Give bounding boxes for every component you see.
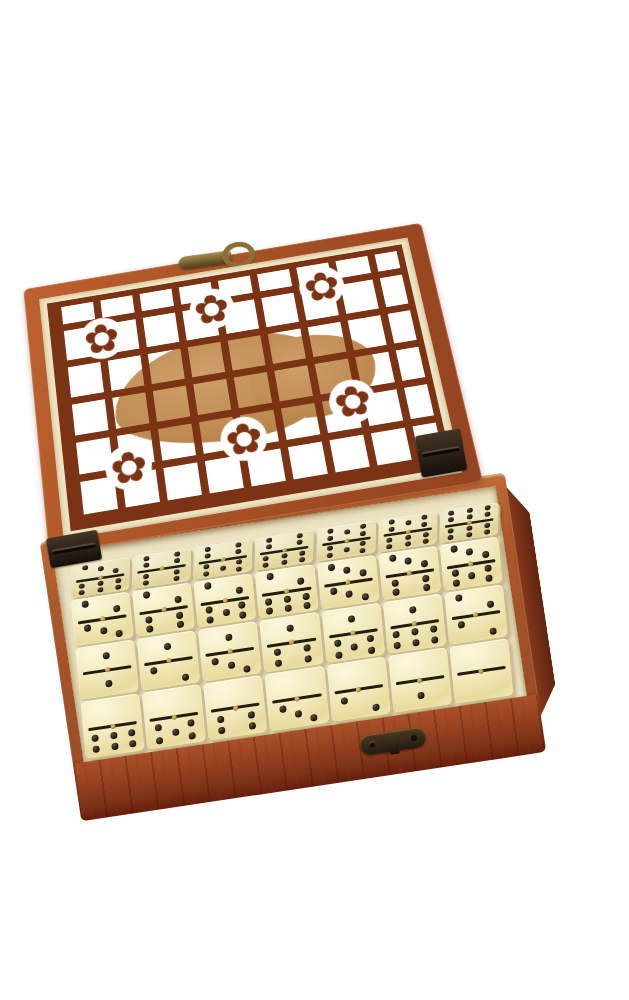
pip (174, 551, 180, 557)
pip (327, 546, 333, 552)
pip (143, 580, 149, 586)
pip (431, 636, 439, 644)
pip (78, 590, 84, 596)
pip (182, 673, 190, 681)
pip (281, 559, 287, 565)
pip (235, 549, 241, 555)
domino-tile[interactable] (204, 675, 268, 741)
pip (485, 522, 491, 528)
pip (248, 710, 256, 718)
pip (205, 547, 211, 553)
pip (218, 727, 226, 735)
domino-tile[interactable] (132, 582, 195, 637)
pip (97, 587, 103, 593)
pip (113, 567, 119, 573)
product-photo: ✿✿✿✿✿✿ (0, 0, 629, 1000)
pip (273, 649, 281, 657)
pip (466, 514, 472, 520)
pip (217, 715, 225, 723)
pip (265, 598, 273, 606)
pip (348, 615, 356, 623)
pip (212, 657, 220, 665)
pip (423, 538, 429, 544)
pip (297, 578, 305, 586)
lattice-grid (47, 244, 453, 531)
domino-tile[interactable] (71, 592, 134, 647)
pip (455, 594, 463, 602)
pip (279, 705, 287, 713)
pip (366, 634, 374, 642)
pip (100, 627, 108, 635)
pip (485, 505, 491, 511)
pip (145, 615, 153, 623)
pip (143, 573, 149, 579)
pip (303, 601, 311, 609)
domino-tile[interactable] (265, 666, 329, 732)
pip (300, 550, 306, 556)
pip (266, 573, 274, 581)
pip (238, 601, 246, 609)
domino-tile[interactable] (198, 621, 261, 682)
pip (205, 553, 211, 559)
pip (386, 544, 392, 550)
pip (327, 535, 333, 541)
pip (220, 565, 226, 571)
pip (450, 545, 458, 553)
pip (97, 566, 103, 572)
pip (177, 620, 185, 628)
pip (174, 558, 180, 564)
pip (466, 548, 474, 556)
pip (330, 587, 338, 595)
domino-tile[interactable] (388, 647, 452, 713)
pip (223, 609, 231, 617)
pip (482, 550, 490, 558)
pip (423, 532, 429, 538)
pip (485, 575, 493, 583)
pip (97, 580, 103, 586)
domino-tile[interactable] (81, 693, 145, 759)
pip (448, 510, 454, 516)
pip (360, 523, 366, 529)
hinge-icon (415, 428, 468, 477)
pip (297, 540, 303, 546)
pip (174, 596, 182, 604)
pip (189, 732, 197, 740)
pip (295, 709, 303, 717)
pip (345, 590, 353, 598)
domino-tile[interactable] (440, 536, 503, 591)
pip (204, 564, 210, 570)
pip (263, 556, 269, 562)
fretwork-panel: ✿✿✿✿✿✿ (47, 244, 453, 531)
pip (409, 606, 417, 614)
pip (286, 624, 294, 632)
pip (418, 691, 426, 699)
pip (266, 607, 274, 615)
pip (144, 556, 150, 562)
pip (236, 566, 242, 572)
pip (115, 630, 123, 638)
pip (367, 646, 375, 654)
pip (391, 579, 399, 587)
pip (421, 514, 427, 520)
pip (386, 537, 392, 543)
pip (430, 625, 438, 633)
pip (421, 521, 427, 527)
pip (335, 651, 343, 659)
pip (249, 722, 257, 730)
pip (174, 575, 180, 581)
pip (359, 541, 365, 547)
pip (359, 548, 365, 554)
pip (110, 731, 118, 739)
domino-tile[interactable] (317, 555, 380, 610)
pip (236, 559, 242, 565)
pip (466, 525, 472, 531)
pip (359, 569, 367, 577)
pip (263, 562, 269, 568)
pip (484, 529, 490, 535)
pip (343, 547, 349, 553)
pip (468, 572, 476, 580)
pip (360, 531, 366, 537)
pip (304, 644, 312, 652)
pip (447, 528, 453, 534)
pip (305, 655, 313, 663)
pip (423, 584, 431, 592)
domino-tile[interactable] (142, 684, 206, 750)
pip (156, 737, 164, 745)
domino-tile[interactable] (378, 546, 441, 601)
pip (327, 563, 335, 571)
pip (452, 580, 460, 588)
pip (466, 508, 472, 514)
pip (116, 577, 122, 583)
pip (343, 529, 349, 535)
pip (326, 553, 332, 559)
pip (236, 542, 242, 548)
domino-tile[interactable] (260, 612, 323, 673)
pip (176, 611, 184, 619)
pip (405, 557, 413, 565)
pip (284, 595, 292, 603)
pip (243, 665, 251, 673)
pip (128, 728, 136, 736)
pip (113, 605, 121, 613)
pip (412, 639, 420, 647)
pip (267, 538, 273, 544)
pip (351, 643, 359, 651)
pip (78, 583, 84, 589)
domino-tile[interactable] (326, 657, 390, 723)
pip (297, 533, 303, 539)
pip (150, 667, 158, 675)
pip (361, 593, 369, 601)
pip (174, 569, 180, 575)
pip (327, 528, 333, 534)
latch-icon[interactable] (359, 727, 427, 757)
pip (343, 566, 351, 574)
pip (411, 628, 419, 636)
pip (405, 520, 411, 526)
pip (187, 719, 195, 727)
pip (466, 532, 472, 538)
pip (274, 659, 282, 667)
pip (422, 574, 430, 582)
pip (172, 728, 180, 736)
pip (484, 564, 492, 572)
pip (334, 639, 342, 647)
pip (394, 642, 402, 650)
pip (105, 679, 113, 687)
pip (143, 591, 151, 599)
pip (82, 600, 90, 608)
pip (485, 512, 491, 518)
pip (392, 588, 400, 596)
pip (155, 724, 163, 732)
pip (404, 541, 410, 547)
pip (388, 526, 394, 532)
domino-tile[interactable] (383, 594, 446, 655)
pip (206, 606, 214, 614)
domino-tile[interactable] (137, 630, 200, 691)
pip (146, 625, 154, 633)
pip (372, 704, 380, 712)
pip (404, 534, 410, 540)
pip (281, 553, 287, 559)
pip (129, 740, 137, 748)
pip (91, 734, 99, 742)
pip (82, 565, 88, 571)
pip (92, 746, 100, 754)
pip (239, 611, 247, 619)
pip (458, 621, 466, 629)
pip (236, 587, 244, 595)
domino-tile[interactable] (321, 603, 384, 664)
pip (225, 634, 233, 642)
pip (420, 560, 428, 568)
pip (388, 519, 394, 525)
pip (205, 582, 213, 590)
pip (340, 697, 348, 705)
domino-tile[interactable] (449, 638, 513, 704)
pip (203, 571, 209, 577)
domino-tile[interactable] (75, 639, 138, 700)
pip (310, 714, 318, 722)
lid-lining: ✿✿✿✿✿✿ (39, 237, 462, 539)
pip (228, 661, 236, 669)
domino-tile[interactable] (255, 564, 318, 619)
pip (144, 563, 150, 569)
pip (447, 535, 453, 541)
pip (452, 569, 460, 577)
pip (111, 743, 119, 751)
domino-tile[interactable] (444, 584, 507, 645)
pip (489, 627, 497, 635)
pip (486, 600, 494, 608)
pip (163, 643, 171, 651)
domino-tile[interactable] (194, 573, 257, 628)
pip (389, 554, 397, 562)
pip (302, 592, 310, 600)
pip (84, 624, 92, 632)
pip (447, 517, 453, 523)
pip (207, 616, 215, 624)
pip (300, 557, 306, 563)
pip (102, 652, 110, 660)
pip (284, 604, 292, 612)
pip (267, 544, 273, 550)
pip (393, 631, 401, 639)
pip (116, 584, 122, 590)
